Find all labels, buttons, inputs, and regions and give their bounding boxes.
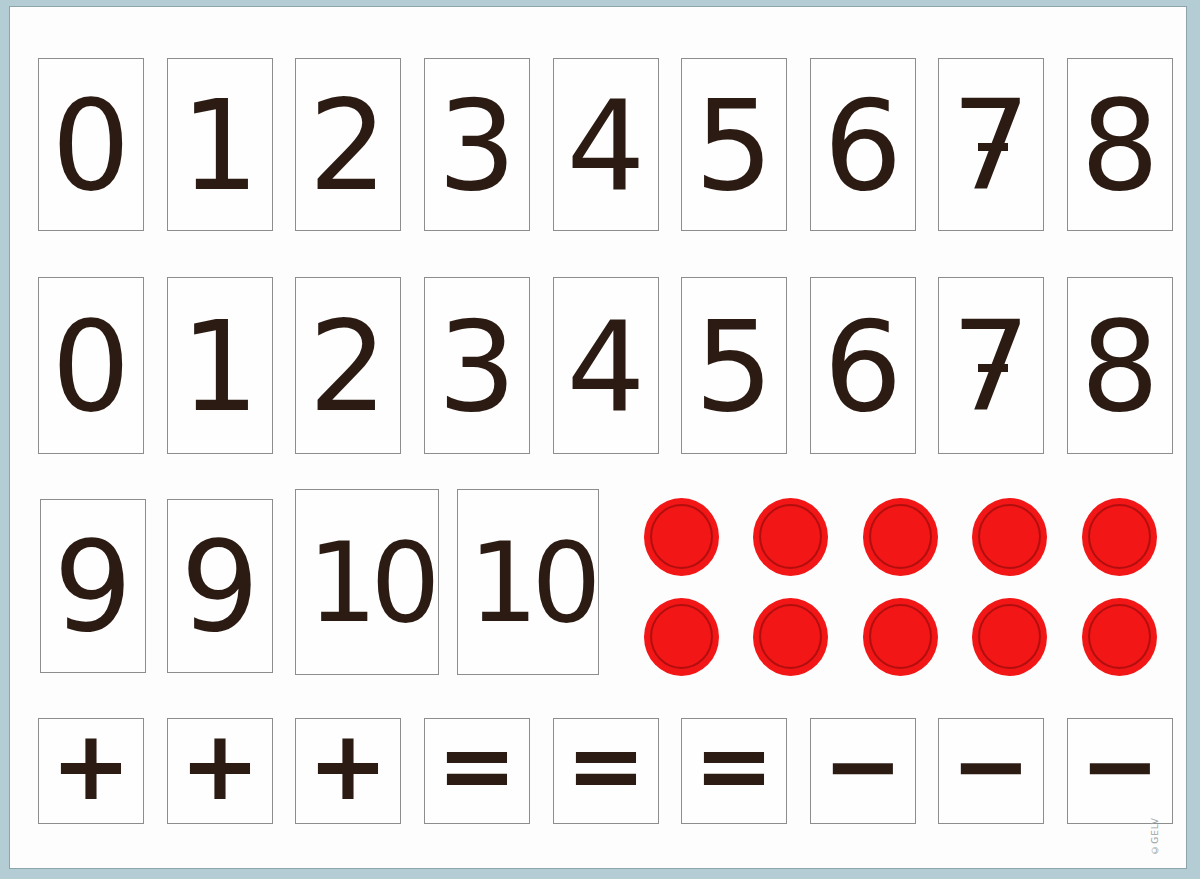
publisher-watermark: ©GELV (1150, 817, 1160, 855)
card-operator: = (694, 718, 774, 814)
card-operator: − (951, 718, 1031, 814)
card-operator: − (823, 718, 903, 814)
number-card[interactable]: 9 (167, 499, 273, 673)
card-operator: = (566, 718, 646, 814)
number-card[interactable]: 3 (424, 58, 530, 231)
red-counter[interactable] (972, 498, 1047, 576)
red-counter[interactable] (972, 598, 1047, 676)
card-digit: 6 (824, 305, 903, 429)
card-digit: 2 (309, 305, 388, 429)
card-digit: 4 (567, 305, 646, 429)
number-card[interactable]: 3 (424, 277, 530, 454)
red-counter[interactable] (1082, 598, 1157, 676)
card-digit: 10 (308, 528, 434, 638)
plus-card[interactable]: + (38, 718, 144, 824)
number-card[interactable]: 8 (1067, 277, 1173, 454)
number-card[interactable]: 0 (38, 58, 144, 231)
number-card[interactable]: 5 (681, 277, 787, 454)
worksheet-page: 0 1 2 3 4 5 6 7 8 0 1 2 3 4 5 6 7 8 9 9 … (9, 6, 1187, 869)
number-card[interactable]: 6 (810, 58, 916, 231)
number-card[interactable]: 9 (40, 499, 146, 673)
number-card[interactable]: 1 (167, 277, 273, 454)
card-digit: 0 (52, 84, 131, 208)
number-card[interactable]: 6 (810, 277, 916, 454)
red-counter[interactable] (863, 598, 938, 676)
seven-crossbar (978, 364, 1008, 372)
red-counter[interactable] (1082, 498, 1157, 576)
minus-card[interactable]: − (810, 718, 916, 824)
card-operator: + (308, 718, 388, 814)
number-card[interactable]: 7 (938, 277, 1044, 454)
red-counter[interactable] (753, 498, 828, 576)
card-operator: = (437, 718, 517, 814)
plus-card[interactable]: + (295, 718, 401, 824)
number-card[interactable]: 4 (553, 58, 659, 231)
card-operator: + (180, 718, 260, 814)
red-counter[interactable] (644, 498, 719, 576)
equals-card[interactable]: = (424, 718, 530, 824)
card-digit: 1 (181, 305, 260, 429)
card-digit: 9 (54, 525, 133, 649)
minus-card[interactable]: − (938, 718, 1044, 824)
number-card[interactable]: 8 (1067, 58, 1173, 231)
number-card[interactable]: 7 (938, 58, 1044, 231)
card-digit: 3 (438, 84, 517, 208)
number-card[interactable]: 10 (295, 489, 439, 675)
card-digit: 6 (824, 84, 903, 208)
number-card[interactable]: 0 (38, 277, 144, 454)
number-card[interactable]: 5 (681, 58, 787, 231)
card-digit: 4 (567, 84, 646, 208)
equals-card[interactable]: = (681, 718, 787, 824)
number-card[interactable]: 10 (457, 489, 599, 675)
card-digit: 8 (1081, 305, 1160, 429)
card-digit: 9 (181, 525, 260, 649)
number-card[interactable]: 1 (167, 58, 273, 231)
card-digit: 8 (1081, 84, 1160, 208)
equals-card[interactable]: = (553, 718, 659, 824)
card-digit: 1 (181, 84, 260, 208)
card-digit: 3 (438, 305, 517, 429)
minus-card[interactable]: − (1067, 718, 1173, 824)
card-operator: − (1080, 718, 1160, 814)
number-card[interactable]: 4 (553, 277, 659, 454)
red-counter[interactable] (644, 598, 719, 676)
scan-background: 0 1 2 3 4 5 6 7 8 0 1 2 3 4 5 6 7 8 9 9 … (0, 0, 1200, 879)
red-counter[interactable] (753, 598, 828, 676)
card-digit: 2 (309, 84, 388, 208)
number-card[interactable]: 2 (295, 58, 401, 231)
plus-card[interactable]: + (167, 718, 273, 824)
card-digit: 5 (695, 84, 774, 208)
red-counter[interactable] (863, 498, 938, 576)
card-digit: 5 (695, 305, 774, 429)
card-operator: + (51, 718, 131, 814)
seven-crossbar (978, 143, 1008, 151)
number-card[interactable]: 2 (295, 277, 401, 454)
card-digit: 10 (469, 528, 595, 638)
card-digit: 0 (52, 305, 131, 429)
